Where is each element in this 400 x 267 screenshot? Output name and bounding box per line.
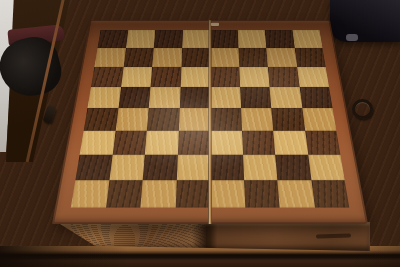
square-b2 [109, 155, 145, 181]
square-g1 [277, 180, 314, 207]
photo-chessboard-scene [0, 0, 400, 267]
square-c7 [152, 48, 182, 67]
square-a6 [91, 67, 123, 87]
fold-seam [208, 20, 212, 224]
square-h3 [305, 131, 341, 155]
square-g7 [266, 48, 297, 67]
square-b3 [112, 131, 147, 155]
square-e1 [210, 180, 245, 207]
square-b4 [115, 108, 148, 131]
square-g5 [270, 87, 302, 108]
square-d1 [175, 180, 210, 207]
square-d3 [177, 131, 210, 155]
square-d6 [180, 67, 210, 87]
square-c3 [145, 131, 179, 155]
square-f1 [244, 180, 280, 207]
square-c5 [149, 87, 181, 108]
square-b7 [123, 48, 154, 67]
square-d2 [176, 155, 210, 181]
square-a2 [75, 155, 112, 181]
square-a1 [71, 180, 109, 207]
square-b1 [106, 180, 143, 207]
square-c1 [140, 180, 176, 207]
square-e3 [210, 131, 243, 155]
square-e6 [210, 67, 240, 87]
square-e7 [210, 48, 239, 67]
square-c2 [143, 155, 178, 181]
square-f2 [243, 155, 278, 181]
square-g8 [265, 30, 295, 48]
square-a8 [98, 30, 128, 48]
square-c6 [150, 67, 181, 87]
square-f6 [239, 67, 270, 87]
square-h8 [292, 30, 322, 48]
square-b5 [118, 87, 150, 108]
frame-chip-mark [211, 23, 219, 26]
chessboard-frame [52, 20, 368, 224]
square-a3 [80, 131, 116, 155]
square-b8 [126, 30, 156, 48]
square-d5 [179, 87, 210, 108]
square-d8 [182, 30, 210, 48]
square-f4 [241, 108, 274, 131]
square-e2 [210, 155, 244, 181]
square-h2 [308, 155, 345, 181]
square-g6 [268, 67, 299, 87]
square-e5 [210, 87, 241, 108]
square-h4 [302, 108, 336, 131]
square-g2 [275, 155, 311, 181]
square-d7 [181, 48, 210, 67]
square-a7 [94, 48, 125, 67]
square-h1 [311, 180, 349, 207]
square-f3 [242, 131, 276, 155]
square-c4 [147, 108, 180, 131]
box-front-smudge [316, 234, 351, 239]
square-f7 [238, 48, 268, 67]
square-d4 [178, 108, 210, 131]
square-a4 [84, 108, 118, 131]
square-f8 [237, 30, 266, 48]
square-e8 [210, 30, 238, 48]
square-a5 [87, 87, 120, 108]
square-g3 [273, 131, 308, 155]
right-clasp-ring-icon [352, 99, 373, 119]
square-b6 [121, 67, 152, 87]
square-h7 [294, 48, 325, 67]
square-c8 [154, 30, 183, 48]
square-h6 [297, 67, 329, 87]
square-e4 [210, 108, 242, 131]
square-h5 [299, 87, 332, 108]
square-f5 [240, 87, 272, 108]
chessboard [52, 0, 368, 224]
square-g4 [271, 108, 304, 131]
